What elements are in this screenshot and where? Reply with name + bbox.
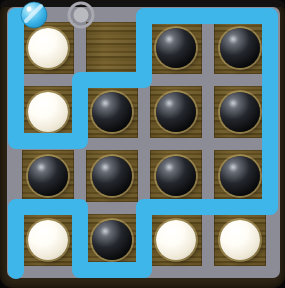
black-marble — [92, 156, 132, 196]
black-marble — [156, 92, 196, 132]
black-marble — [28, 156, 68, 196]
board-cell-r3c3 — [214, 214, 266, 266]
black-marble — [220, 28, 260, 68]
black-marble — [92, 92, 132, 132]
board-cell-r0c0 — [22, 22, 74, 74]
board-cell-r1c2 — [150, 86, 202, 138]
white-marble — [156, 220, 196, 260]
board-cell-r1c0 — [22, 86, 74, 138]
black-marble — [156, 156, 196, 196]
game-stage — [0, 0, 285, 288]
board-cell-r2c2 — [150, 150, 202, 202]
board-cell-r0c1 — [86, 22, 138, 74]
board-cell-r2c1 — [86, 150, 138, 202]
board-cell-r2c3 — [214, 150, 266, 202]
white-marble — [28, 92, 68, 132]
white-marble — [28, 220, 68, 260]
black-marble — [220, 92, 260, 132]
white-marble — [220, 220, 260, 260]
white-marble — [28, 28, 68, 68]
board-cell-r0c2 — [150, 22, 202, 74]
board-cell-r3c0 — [22, 214, 74, 266]
black-marble — [220, 156, 260, 196]
board-cell-r3c1 — [86, 214, 138, 266]
black-marble — [92, 220, 132, 260]
board-cell-r3c2 — [150, 214, 202, 266]
board-cell-r1c1 — [86, 86, 138, 138]
board-cell-r1c3 — [214, 86, 266, 138]
board-cell-r2c0 — [22, 150, 74, 202]
board-cell-r0c3 — [214, 22, 266, 74]
black-marble — [156, 28, 196, 68]
